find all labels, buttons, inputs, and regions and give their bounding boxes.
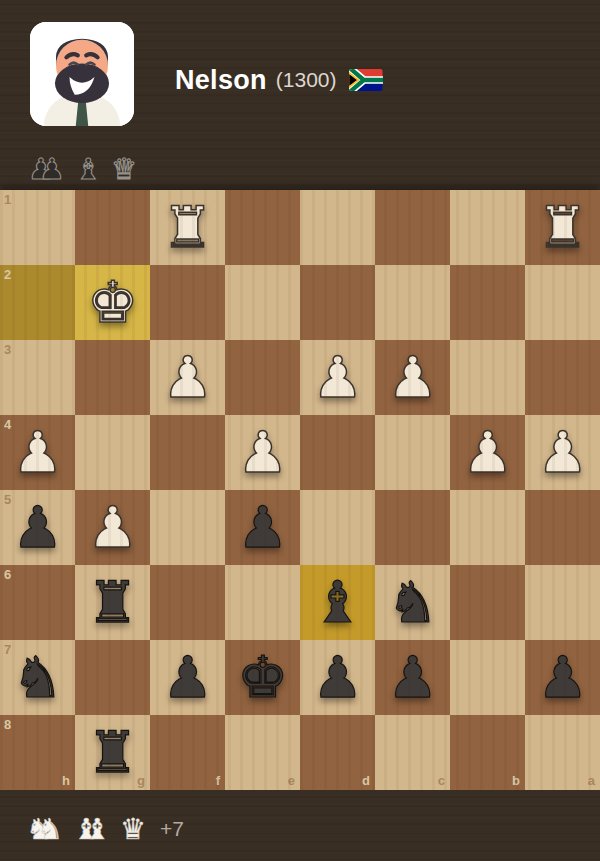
square-h7[interactable]: 7♞ (0, 640, 75, 715)
material-advantage: +7 (160, 811, 184, 841)
file-label-f: f (216, 774, 220, 787)
square-h1[interactable]: 1 (0, 190, 75, 265)
square-d4[interactable] (300, 415, 375, 490)
square-e6[interactable] (225, 565, 300, 640)
square-a1[interactable]: ♜ (525, 190, 600, 265)
file-label-h: h (62, 774, 70, 787)
square-d3[interactable]: ♟ (300, 340, 375, 415)
square-f5[interactable] (150, 490, 225, 565)
file-label-d: d (362, 774, 370, 787)
square-g3[interactable] (75, 340, 150, 415)
square-d2[interactable] (300, 265, 375, 340)
square-a3[interactable] (525, 340, 600, 415)
white-pawn: ♟ (462, 415, 513, 490)
square-c8[interactable]: c (375, 715, 450, 790)
square-c3[interactable]: ♟ (375, 340, 450, 415)
file-label-a: a (588, 774, 595, 787)
square-b1[interactable] (450, 190, 525, 265)
square-g4[interactable] (75, 415, 150, 490)
square-d5[interactable] (300, 490, 375, 565)
rank-label-5: 5 (4, 493, 11, 506)
square-e3[interactable] (225, 340, 300, 415)
black-pawn: ♟ (537, 640, 588, 715)
rank-label-3: 3 (4, 343, 11, 356)
square-e4[interactable]: ♟ (225, 415, 300, 490)
square-c2[interactable] (375, 265, 450, 340)
rank-label-1: 1 (4, 193, 11, 206)
player-rating: (1300) (276, 68, 337, 92)
square-e8[interactable]: e (225, 715, 300, 790)
black-knight: ♞ (12, 640, 63, 715)
square-g5[interactable]: ♟ (75, 490, 150, 565)
square-h3[interactable]: 3 (0, 340, 75, 415)
square-g8[interactable]: g♜ (75, 715, 150, 790)
captured-white-bishop-icon: ♝ (84, 812, 110, 846)
captured-pieces-by-white: ♟♟♝♛ (28, 150, 147, 186)
black-pawn: ♟ (312, 640, 363, 715)
chess-board: 1♜♜2♚3♟♟♟4♟♟♟♟5♟♟♟6♜♝♞7♞♟♚♟♟♟8hg♜fedcba (0, 190, 600, 790)
square-e5[interactable]: ♟ (225, 490, 300, 565)
square-f8[interactable]: f (150, 715, 225, 790)
square-a2[interactable] (525, 265, 600, 340)
square-f4[interactable] (150, 415, 225, 490)
black-bishop: ♝ (312, 565, 363, 640)
file-label-b: b (512, 774, 520, 787)
black-rook: ♜ (87, 565, 138, 640)
white-rook: ♜ (537, 190, 588, 265)
square-f3[interactable]: ♟ (150, 340, 225, 415)
rank-label-7: 7 (4, 643, 11, 656)
square-f2[interactable] (150, 265, 225, 340)
white-king: ♚ (87, 265, 138, 340)
white-pawn: ♟ (387, 340, 438, 415)
rank-label-6: 6 (4, 568, 11, 581)
white-pawn: ♟ (237, 415, 288, 490)
square-d7[interactable]: ♟ (300, 640, 375, 715)
rank-label-8: 8 (4, 718, 11, 731)
square-c5[interactable] (375, 490, 450, 565)
square-h8[interactable]: 8h (0, 715, 75, 790)
white-rook: ♜ (162, 190, 213, 265)
rank-label-2: 2 (4, 268, 11, 281)
avatar-illustration (30, 22, 134, 126)
captured-black-pawn-group: ♟♟ (28, 152, 65, 186)
captured-white-knight-group: ♞♞ (26, 812, 63, 846)
square-f6[interactable] (150, 565, 225, 640)
square-g7[interactable] (75, 640, 150, 715)
square-e1[interactable] (225, 190, 300, 265)
square-b8[interactable]: b (450, 715, 525, 790)
square-c6[interactable]: ♞ (375, 565, 450, 640)
square-d1[interactable] (300, 190, 375, 265)
square-f1[interactable]: ♜ (150, 190, 225, 265)
file-label-e: e (288, 774, 295, 787)
square-h5[interactable]: 5♟ (0, 490, 75, 565)
square-g1[interactable] (75, 190, 150, 265)
captured-black-queen-icon: ♛ (111, 152, 137, 186)
square-b2[interactable] (450, 265, 525, 340)
square-f7[interactable]: ♟ (150, 640, 225, 715)
square-d6[interactable]: ♝ (300, 565, 375, 640)
square-c7[interactable]: ♟ (375, 640, 450, 715)
black-pawn: ♟ (162, 640, 213, 715)
player-name: Nelson (175, 65, 267, 96)
square-h2[interactable]: 2 (0, 265, 75, 340)
captured-white-queen-group: ♛ (120, 812, 146, 846)
square-e2[interactable] (225, 265, 300, 340)
square-a5[interactable] (525, 490, 600, 565)
square-a7[interactable]: ♟ (525, 640, 600, 715)
captured-black-bishop-group: ♝ (75, 152, 101, 186)
rank-label-4: 4 (4, 418, 11, 431)
file-label-c: c (438, 774, 445, 787)
white-pawn: ♟ (87, 490, 138, 565)
white-pawn: ♟ (312, 340, 363, 415)
square-g6[interactable]: ♜ (75, 565, 150, 640)
black-king: ♚ (237, 640, 288, 715)
captured-black-queen-group: ♛ (111, 152, 137, 186)
white-pawn: ♟ (162, 340, 213, 415)
black-knight: ♞ (387, 565, 438, 640)
square-b3[interactable] (450, 340, 525, 415)
square-b6[interactable] (450, 565, 525, 640)
player-avatar[interactable] (30, 22, 134, 126)
white-pawn: ♟ (12, 415, 63, 490)
square-h6[interactable]: 6 (0, 565, 75, 640)
square-a8[interactable]: a (525, 715, 600, 790)
square-b4[interactable]: ♟ (450, 415, 525, 490)
black-pawn: ♟ (12, 490, 63, 565)
white-pawn: ♟ (537, 415, 588, 490)
square-e7[interactable]: ♚ (225, 640, 300, 715)
square-a4[interactable]: ♟ (525, 415, 600, 490)
square-b5[interactable] (450, 490, 525, 565)
square-h4[interactable]: 4♟ (0, 415, 75, 490)
square-c1[interactable] (375, 190, 450, 265)
square-b7[interactable] (450, 640, 525, 715)
captured-white-knight-icon: ♞ (37, 812, 63, 846)
captured-black-bishop-icon: ♝ (75, 152, 101, 186)
black-rook: ♜ (87, 715, 138, 790)
black-pawn: ♟ (387, 640, 438, 715)
player-info[interactable]: Nelson (1300) (175, 58, 383, 102)
black-pawn: ♟ (237, 490, 288, 565)
captured-pieces-by-black: ♞♞♝♝♛+7 (26, 806, 184, 846)
square-d8[interactable]: d (300, 715, 375, 790)
square-a6[interactable] (525, 565, 600, 640)
captured-white-queen-icon: ♛ (120, 812, 146, 846)
captured-white-bishop-group: ♝♝ (73, 812, 110, 846)
captured-black-pawn-icon: ♟ (39, 152, 65, 186)
square-c4[interactable] (375, 415, 450, 490)
file-label-g: g (137, 774, 145, 787)
south-africa-flag-icon (349, 69, 383, 91)
square-g2[interactable]: ♚ (75, 265, 150, 340)
